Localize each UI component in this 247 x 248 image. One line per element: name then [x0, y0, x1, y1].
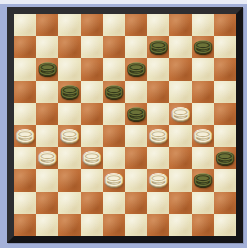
board-square[interactable] [81, 81, 103, 103]
board-square[interactable] [214, 103, 236, 125]
board-square[interactable]: ⛂ [147, 36, 169, 58]
board-square[interactable] [214, 192, 236, 214]
board-square[interactable] [81, 14, 103, 36]
board-square[interactable] [58, 14, 80, 36]
board-square[interactable] [81, 58, 103, 80]
board-square[interactable] [147, 103, 169, 125]
black-man[interactable]: ⛂ [127, 58, 145, 79]
board-square[interactable]: ⛂ [192, 169, 214, 191]
black-man[interactable]: ⛂ [194, 36, 212, 57]
board-square[interactable] [169, 36, 191, 58]
board-square[interactable] [169, 58, 191, 80]
black-man[interactable]: ⛂ [194, 169, 212, 190]
board-square[interactable] [169, 169, 191, 191]
board-square[interactable] [36, 14, 58, 36]
white-man[interactable]: ⛂ [83, 147, 101, 168]
board-square[interactable] [103, 192, 125, 214]
board-square[interactable]: ⛂ [192, 125, 214, 147]
board-square[interactable] [103, 14, 125, 36]
board-square[interactable] [81, 169, 103, 191]
board-square[interactable] [125, 14, 147, 36]
board-square[interactable] [36, 81, 58, 103]
board-square[interactable] [169, 14, 191, 36]
board-square[interactable] [58, 192, 80, 214]
board-square[interactable]: ⛂ [147, 125, 169, 147]
board-square[interactable] [125, 169, 147, 191]
board-square[interactable] [125, 36, 147, 58]
board-square[interactable]: ⛂ [36, 58, 58, 80]
board-square[interactable]: ⛂ [36, 147, 58, 169]
board-square[interactable] [103, 214, 125, 236]
board-square[interactable] [214, 81, 236, 103]
board-square[interactable] [169, 147, 191, 169]
board-square[interactable] [81, 214, 103, 236]
board-square[interactable] [147, 192, 169, 214]
board-square[interactable] [169, 81, 191, 103]
board-square[interactable] [192, 58, 214, 80]
board-square[interactable] [169, 214, 191, 236]
board-square[interactable] [81, 125, 103, 147]
board-square[interactable] [125, 147, 147, 169]
board-square[interactable] [147, 147, 169, 169]
board-square[interactable] [14, 58, 36, 80]
window-top-strip [0, 0, 247, 4]
board-square[interactable] [58, 147, 80, 169]
board-square[interactable] [14, 103, 36, 125]
board-square[interactable] [192, 214, 214, 236]
board-square[interactable] [103, 103, 125, 125]
board-square[interactable] [192, 103, 214, 125]
board-square[interactable] [192, 81, 214, 103]
board-square[interactable]: ⛂ [169, 103, 191, 125]
board-square[interactable]: ⛂ [125, 58, 147, 80]
board-square[interactable] [14, 147, 36, 169]
board-square[interactable] [147, 81, 169, 103]
black-man[interactable]: ⛂ [127, 103, 145, 124]
black-man[interactable]: ⛂ [216, 147, 234, 168]
board-square[interactable] [103, 36, 125, 58]
board-square[interactable] [192, 14, 214, 36]
white-man[interactable]: ⛂ [172, 103, 190, 124]
board-square[interactable] [81, 36, 103, 58]
board-square[interactable] [192, 147, 214, 169]
board-square[interactable] [125, 192, 147, 214]
board-square[interactable] [125, 214, 147, 236]
white-man[interactable]: ⛂ [61, 125, 79, 146]
board-square[interactable] [36, 192, 58, 214]
board-square[interactable] [147, 214, 169, 236]
board-square[interactable] [81, 103, 103, 125]
board-square[interactable] [103, 147, 125, 169]
board-square[interactable] [14, 14, 36, 36]
board-square[interactable] [147, 14, 169, 36]
board-square[interactable] [14, 214, 36, 236]
app-window: ⛂⛂⛂⛂⛂⛂⛂⛂⛂⛂⛂⛂⛂⛂⛂⛂⛂⛂ [0, 0, 247, 248]
board-square[interactable]: ⛂ [147, 169, 169, 191]
board-square[interactable] [125, 81, 147, 103]
board-square[interactable] [169, 125, 191, 147]
board-square[interactable] [36, 103, 58, 125]
board-square[interactable] [14, 81, 36, 103]
black-man[interactable]: ⛂ [61, 80, 79, 101]
white-man[interactable]: ⛂ [105, 169, 123, 190]
board-square[interactable] [14, 169, 36, 191]
black-man[interactable]: ⛂ [149, 36, 167, 57]
board-square[interactable]: ⛂ [103, 81, 125, 103]
board-square[interactable]: ⛂ [58, 125, 80, 147]
board-square[interactable] [214, 14, 236, 36]
board-square[interactable] [147, 58, 169, 80]
board-square[interactable] [36, 36, 58, 58]
white-man[interactable]: ⛂ [38, 147, 56, 168]
board-square[interactable]: ⛂ [103, 169, 125, 191]
board-square[interactable] [36, 125, 58, 147]
board-square[interactable]: ⛂ [125, 103, 147, 125]
board-square[interactable] [214, 169, 236, 191]
board-square[interactable]: ⛂ [58, 81, 80, 103]
board-square[interactable] [14, 36, 36, 58]
board-square[interactable] [214, 36, 236, 58]
board-square[interactable] [58, 214, 80, 236]
board-square[interactable] [58, 103, 80, 125]
black-man[interactable]: ⛂ [105, 80, 123, 101]
board-square[interactable] [103, 125, 125, 147]
board-square[interactable] [169, 192, 191, 214]
white-man[interactable]: ⛂ [149, 169, 167, 190]
white-man[interactable]: ⛂ [194, 125, 212, 146]
black-man[interactable]: ⛂ [38, 58, 56, 79]
white-man[interactable]: ⛂ [16, 125, 34, 146]
board-square[interactable]: ⛂ [192, 36, 214, 58]
board-square[interactable] [36, 169, 58, 191]
board-square[interactable]: ⛂ [81, 147, 103, 169]
board-square[interactable]: ⛂ [14, 125, 36, 147]
board-square[interactable] [14, 192, 36, 214]
board-square[interactable] [58, 169, 80, 191]
board-square[interactable] [214, 214, 236, 236]
board-square[interactable] [58, 36, 80, 58]
board-square[interactable] [125, 125, 147, 147]
board-square[interactable] [58, 58, 80, 80]
board-frame: ⛂⛂⛂⛂⛂⛂⛂⛂⛂⛂⛂⛂⛂⛂⛂⛂⛂⛂ [7, 7, 243, 243]
board-square[interactable] [36, 214, 58, 236]
white-man[interactable]: ⛂ [149, 125, 167, 146]
board-square[interactable] [214, 58, 236, 80]
board-square[interactable] [214, 125, 236, 147]
board-square[interactable] [103, 58, 125, 80]
board-square[interactable]: ⛂ [214, 147, 236, 169]
checkers-board: ⛂⛂⛂⛂⛂⛂⛂⛂⛂⛂⛂⛂⛂⛂⛂⛂⛂⛂ [14, 14, 236, 236]
board-square[interactable] [192, 192, 214, 214]
board-square[interactable] [81, 192, 103, 214]
